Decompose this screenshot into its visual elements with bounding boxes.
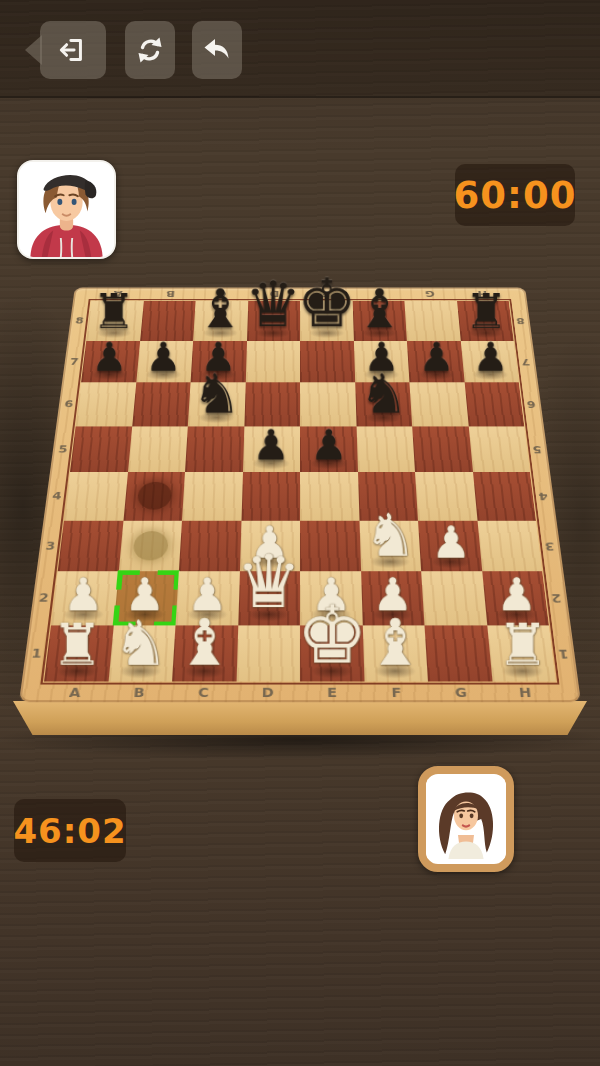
square-a6[interactable] — [76, 382, 136, 426]
square-d8[interactable] — [247, 301, 300, 341]
white-pawn-a2[interactable]: ♟ — [63, 574, 104, 617]
square-h5[interactable] — [468, 426, 530, 472]
file-label-H: H — [492, 682, 559, 702]
square-b5[interactable] — [128, 426, 188, 472]
square-g7[interactable] — [407, 341, 464, 383]
file-label-F: F — [364, 682, 429, 702]
square-c7[interactable] — [191, 341, 247, 383]
white-king-e1[interactable]: ♚ — [296, 597, 368, 673]
square-c5[interactable] — [185, 426, 244, 472]
square-e8[interactable] — [300, 301, 353, 341]
square-f5[interactable] — [356, 426, 415, 472]
square-e6[interactable] — [300, 382, 356, 426]
white-clock-time: 46:02 — [13, 811, 126, 851]
white-knight-b1[interactable]: ♞ — [113, 614, 169, 673]
square-g2[interactable] — [421, 571, 487, 625]
file-label-top-G: G — [404, 288, 457, 301]
square-d7[interactable] — [245, 341, 300, 383]
square-a8[interactable] — [86, 301, 143, 341]
black-clock-time: 60:00 — [454, 174, 577, 217]
square-d5[interactable] — [243, 426, 301, 472]
chess-app-screen: { "game": "chess", "position": { "fen": … — [0, 0, 600, 1066]
square-c4[interactable] — [182, 472, 242, 520]
square-g5[interactable] — [412, 426, 472, 472]
move-hint-b3[interactable] — [132, 531, 169, 561]
square-d1[interactable] — [236, 625, 300, 682]
woman-avatar-illustration — [426, 774, 506, 864]
white-knight-f3[interactable]: ♞ — [364, 508, 417, 564]
square-h6[interactable] — [464, 382, 524, 426]
black-clock: 60:00 — [455, 164, 575, 226]
square-g4[interactable] — [415, 472, 477, 520]
square-g1[interactable] — [424, 625, 492, 682]
square-h3[interactable] — [477, 520, 542, 571]
board-front-edge — [13, 701, 587, 735]
file-label-G: G — [428, 682, 494, 702]
white-player-avatar[interactable] — [418, 766, 514, 872]
square-e3[interactable] — [300, 520, 361, 571]
square-a5[interactable] — [70, 426, 132, 472]
undo-arrow-icon — [201, 34, 233, 66]
white-bishop-c1[interactable]: ♝ — [176, 612, 234, 673]
square-g8[interactable] — [404, 301, 460, 341]
white-bishop-f1[interactable]: ♝ — [367, 612, 425, 673]
exit-button[interactable] — [40, 21, 106, 79]
rotate-board-button[interactable] — [125, 21, 175, 79]
file-label-B: B — [106, 682, 172, 702]
square-h7[interactable] — [460, 341, 519, 383]
exit-icon — [56, 33, 90, 67]
white-pawn-g3[interactable]: ♟ — [431, 522, 471, 564]
square-h8[interactable] — [457, 301, 514, 341]
square-d4[interactable] — [241, 472, 300, 520]
square-b4[interactable] — [123, 472, 185, 520]
white-queen-d2[interactable]: ♛ — [236, 547, 302, 617]
white-rook-a1[interactable]: ♜ — [51, 618, 103, 673]
black-player-avatar[interactable] — [17, 160, 116, 259]
square-f8[interactable] — [352, 301, 407, 341]
square-f6[interactable] — [355, 382, 412, 426]
rotate-refresh-icon — [134, 34, 166, 66]
square-d6[interactable] — [244, 382, 300, 426]
square-f7[interactable] — [353, 341, 409, 383]
square-e5[interactable] — [300, 426, 358, 472]
square-e4[interactable] — [300, 472, 359, 520]
square-c3[interactable] — [179, 520, 241, 571]
file-labels-bottom: ABCDEFGH — [41, 682, 558, 702]
square-a3[interactable] — [58, 520, 123, 571]
chess-board: ABCDEFGH ABCDEFGH 87654321 87654321 ♜♝♛♚… — [19, 288, 581, 703]
square-b7[interactable] — [136, 341, 193, 383]
square-e7[interactable] — [300, 341, 355, 383]
square-a4[interactable] — [64, 472, 127, 520]
square-b3[interactable] — [118, 520, 182, 571]
move-hint-b4[interactable] — [136, 482, 172, 510]
square-c6[interactable] — [188, 382, 245, 426]
square-c8[interactable] — [193, 301, 248, 341]
file-label-C: C — [171, 682, 236, 702]
white-clock: 46:02 — [14, 799, 126, 862]
file-label-E: E — [300, 682, 365, 702]
young-man-avatar-illustration — [19, 162, 114, 257]
undo-move-button[interactable] — [192, 21, 242, 79]
square-b6[interactable] — [132, 382, 191, 426]
file-label-D: D — [235, 682, 300, 702]
square-a7[interactable] — [81, 341, 140, 383]
square-g6[interactable] — [409, 382, 468, 426]
square-b8[interactable] — [140, 301, 196, 341]
square-h4[interactable] — [473, 472, 536, 520]
file-label-A: A — [41, 682, 108, 702]
file-label-top-B: B — [143, 288, 196, 301]
white-pawn-h2[interactable]: ♟ — [497, 574, 538, 617]
white-rook-h1[interactable]: ♜ — [497, 618, 549, 673]
